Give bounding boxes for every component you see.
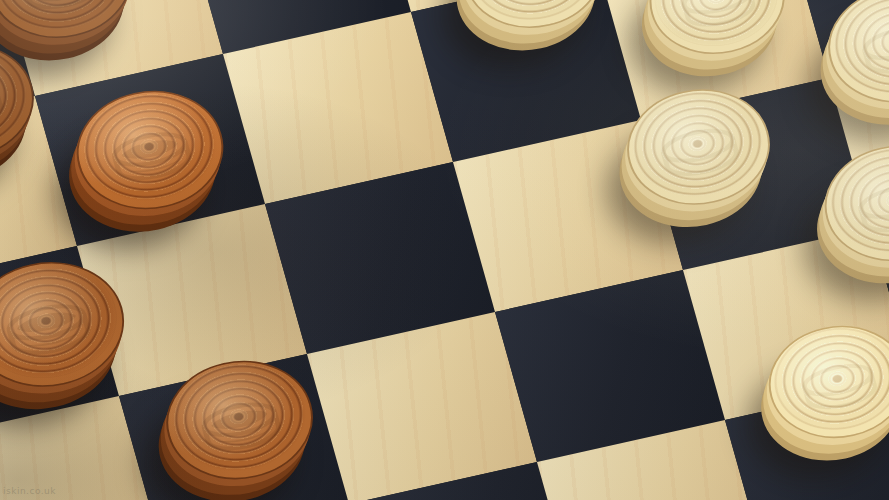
checkers-board: ⛂⛂⛂⛂⛂⛀⛀⛀⛀⛀⛀ [0,0,889,500]
board-photo-scene: ⛂⛂⛂⛂⛂⛀⛀⛀⛀⛀⛀ iskin.co.uk [0,0,889,500]
watermark: iskin.co.uk [3,486,56,496]
